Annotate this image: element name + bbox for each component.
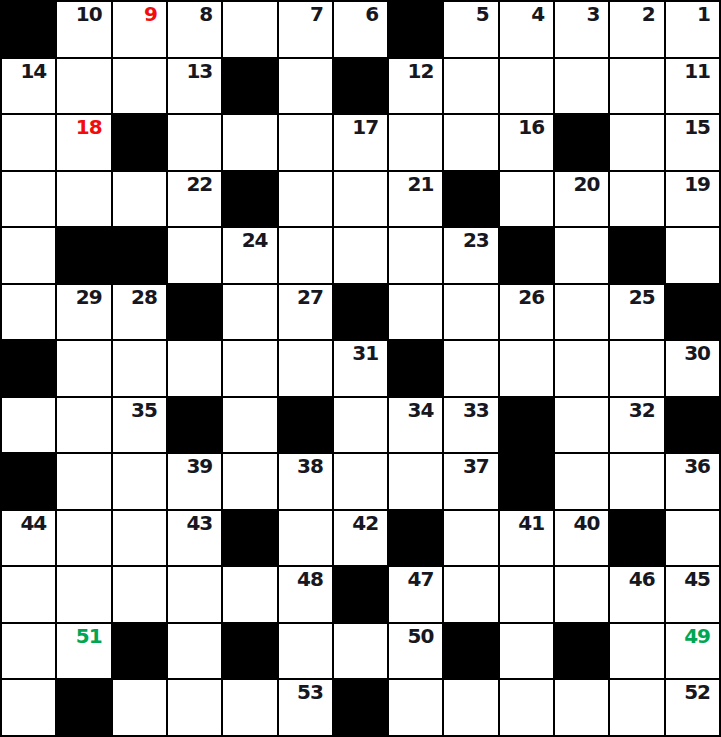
clue-number: 14	[20, 60, 46, 82]
clue-number: 2	[642, 3, 655, 25]
clue-number: 28	[131, 286, 157, 308]
letter-cell[interactable]	[223, 680, 276, 735]
blocked-cell	[334, 680, 387, 735]
clue-number: 17	[352, 116, 378, 138]
letter-cell[interactable]: 30	[666, 341, 719, 396]
blocked-cell	[2, 2, 55, 57]
letter-cell[interactable]: 51	[57, 624, 110, 679]
letter-cell[interactable]	[2, 172, 55, 227]
letter-cell[interactable]	[389, 285, 442, 340]
letter-cell[interactable]	[223, 115, 276, 170]
blocked-cell	[500, 398, 553, 453]
clue-number: 32	[629, 399, 655, 421]
blocked-cell	[113, 228, 166, 283]
letter-cell[interactable]	[555, 454, 608, 509]
letter-cell[interactable]: 21	[389, 172, 442, 227]
letter-cell[interactable]	[113, 567, 166, 622]
letter-cell[interactable]: 18	[57, 115, 110, 170]
letter-cell[interactable]: 46	[610, 567, 663, 622]
letter-cell[interactable]: 20	[555, 172, 608, 227]
letter-cell[interactable]: 28	[113, 285, 166, 340]
letter-cell[interactable]	[610, 172, 663, 227]
blocked-cell	[2, 454, 55, 509]
letter-cell[interactable]: 36	[666, 454, 719, 509]
letter-cell[interactable]	[113, 172, 166, 227]
letter-cell[interactable]	[113, 511, 166, 566]
clue-number: 33	[463, 399, 489, 421]
blocked-cell	[223, 511, 276, 566]
clue-number: 27	[297, 286, 323, 308]
letter-cell[interactable]: 24	[223, 228, 276, 283]
letter-cell[interactable]	[168, 228, 221, 283]
letter-cell[interactable]: 10	[57, 2, 110, 57]
letter-cell[interactable]	[334, 172, 387, 227]
letter-cell[interactable]	[500, 59, 553, 114]
letter-cell[interactable]	[279, 172, 332, 227]
letter-cell[interactable]	[666, 228, 719, 283]
letter-cell[interactable]	[334, 624, 387, 679]
letter-cell[interactable]	[2, 398, 55, 453]
letter-cell[interactable]	[113, 59, 166, 114]
clue-number: 15	[684, 116, 710, 138]
letter-cell[interactable]	[500, 680, 553, 735]
letter-cell[interactable]	[223, 567, 276, 622]
letter-cell[interactable]: 11	[666, 59, 719, 114]
clue-number: 34	[408, 399, 434, 421]
letter-cell[interactable]	[444, 59, 497, 114]
blocked-cell	[610, 511, 663, 566]
letter-cell[interactable]	[610, 624, 663, 679]
letter-cell[interactable]	[444, 567, 497, 622]
clue-number: 50	[408, 625, 434, 647]
clue-number: 11	[684, 60, 710, 82]
letter-cell[interactable]	[666, 511, 719, 566]
letter-cell[interactable]	[168, 115, 221, 170]
blocked-cell	[555, 115, 608, 170]
letter-cell[interactable]	[2, 624, 55, 679]
letter-cell[interactable]	[279, 341, 332, 396]
clue-number: 10	[76, 3, 102, 25]
blocked-cell	[500, 454, 553, 509]
letter-cell[interactable]: 27	[279, 285, 332, 340]
letter-cell[interactable]	[389, 680, 442, 735]
letter-cell[interactable]: 3	[555, 2, 608, 57]
letter-cell[interactable]: 26	[500, 285, 553, 340]
letter-cell[interactable]	[444, 511, 497, 566]
blocked-cell	[223, 172, 276, 227]
letter-cell[interactable]	[279, 115, 332, 170]
letter-cell[interactable]	[610, 59, 663, 114]
letter-cell[interactable]: 40	[555, 511, 608, 566]
letter-cell[interactable]	[57, 59, 110, 114]
letter-cell[interactable]	[2, 680, 55, 735]
letter-cell[interactable]	[113, 680, 166, 735]
clue-number: 24	[242, 229, 268, 251]
clue-number: 1	[697, 3, 710, 25]
clue-number: 8	[199, 3, 212, 25]
letter-cell[interactable]	[223, 341, 276, 396]
letter-cell[interactable]: 39	[168, 454, 221, 509]
letter-cell[interactable]: 38	[279, 454, 332, 509]
blocked-cell	[168, 285, 221, 340]
blocked-cell	[2, 341, 55, 396]
letter-cell[interactable]: 31	[334, 341, 387, 396]
letter-cell[interactable]	[113, 454, 166, 509]
letter-cell[interactable]: 13	[168, 59, 221, 114]
letter-cell[interactable]	[500, 172, 553, 227]
letter-cell[interactable]: 50	[389, 624, 442, 679]
letter-cell[interactable]: 45	[666, 567, 719, 622]
clue-number: 4	[531, 3, 544, 25]
blocked-cell	[334, 285, 387, 340]
clue-number: 41	[518, 512, 544, 534]
clue-number: 9	[144, 3, 157, 25]
clue-number: 19	[684, 173, 710, 195]
letter-cell[interactable]: 49	[666, 624, 719, 679]
letter-cell[interactable]	[610, 341, 663, 396]
letter-cell[interactable]: 25	[610, 285, 663, 340]
letter-cell[interactable]	[57, 454, 110, 509]
letter-cell[interactable]: 12	[389, 59, 442, 114]
blocked-cell	[444, 172, 497, 227]
letter-cell[interactable]	[2, 228, 55, 283]
blocked-cell	[57, 228, 110, 283]
clue-number: 6	[365, 3, 378, 25]
letter-cell[interactable]	[555, 567, 608, 622]
letter-cell[interactable]	[168, 567, 221, 622]
letter-cell[interactable]	[57, 511, 110, 566]
clue-number: 37	[463, 455, 489, 477]
clue-number: 31	[352, 342, 378, 364]
blocked-cell	[389, 341, 442, 396]
letter-cell[interactable]: 17	[334, 115, 387, 170]
blocked-cell	[168, 398, 221, 453]
blocked-cell	[500, 228, 553, 283]
letter-cell[interactable]: 41	[500, 511, 553, 566]
blocked-cell	[334, 567, 387, 622]
letter-cell[interactable]: 29	[57, 285, 110, 340]
letter-cell[interactable]	[2, 285, 55, 340]
blocked-cell	[666, 398, 719, 453]
letter-cell[interactable]: 5	[444, 2, 497, 57]
clue-number: 52	[684, 681, 710, 703]
letter-cell[interactable]: 19	[666, 172, 719, 227]
letter-cell[interactable]: 7	[279, 2, 332, 57]
letter-cell[interactable]	[444, 341, 497, 396]
letter-cell[interactable]	[168, 680, 221, 735]
letter-cell[interactable]: 42	[334, 511, 387, 566]
letter-cell[interactable]: 34	[389, 398, 442, 453]
clue-number: 22	[186, 173, 212, 195]
clue-number: 30	[684, 342, 710, 364]
clue-number: 21	[408, 173, 434, 195]
letter-cell[interactable]: 2	[610, 2, 663, 57]
clue-number: 53	[297, 681, 323, 703]
clue-number: 20	[574, 173, 600, 195]
letter-cell[interactable]: 52	[666, 680, 719, 735]
letter-cell[interactable]: 9	[113, 2, 166, 57]
letter-cell[interactable]: 15	[666, 115, 719, 170]
letter-cell[interactable]	[444, 680, 497, 735]
letter-cell[interactable]	[444, 285, 497, 340]
letter-cell[interactable]	[223, 398, 276, 453]
letter-cell[interactable]: 44	[2, 511, 55, 566]
clue-number: 13	[186, 60, 212, 82]
letter-cell[interactable]	[113, 341, 166, 396]
letter-cell[interactable]	[2, 567, 55, 622]
blocked-cell	[389, 2, 442, 57]
letter-cell[interactable]	[500, 567, 553, 622]
letter-cell[interactable]	[334, 454, 387, 509]
clue-number: 46	[629, 568, 655, 590]
blocked-cell	[389, 511, 442, 566]
clue-number: 7	[310, 3, 323, 25]
letter-cell[interactable]	[2, 115, 55, 170]
letter-cell[interactable]: 1	[666, 2, 719, 57]
clue-number: 51	[76, 625, 102, 647]
letter-cell[interactable]	[279, 59, 332, 114]
clue-number: 26	[518, 286, 544, 308]
letter-cell[interactable]	[555, 228, 608, 283]
letter-cell[interactable]	[500, 624, 553, 679]
clue-number: 5	[476, 3, 489, 25]
letter-cell[interactable]: 16	[500, 115, 553, 170]
letter-cell[interactable]: 14	[2, 59, 55, 114]
blocked-cell	[444, 624, 497, 679]
blocked-cell	[57, 680, 110, 735]
clue-number: 38	[297, 455, 323, 477]
letter-cell[interactable]: 35	[113, 398, 166, 453]
blocked-cell	[113, 115, 166, 170]
letter-cell[interactable]	[168, 624, 221, 679]
clue-number: 42	[352, 512, 378, 534]
letter-cell[interactable]: 4	[500, 2, 553, 57]
letter-cell[interactable]	[389, 454, 442, 509]
letter-cell[interactable]	[334, 228, 387, 283]
letter-cell[interactable]	[555, 59, 608, 114]
letter-cell[interactable]	[610, 680, 663, 735]
letter-cell[interactable]	[555, 398, 608, 453]
letter-cell[interactable]	[334, 398, 387, 453]
letter-cell[interactable]	[610, 454, 663, 509]
letter-cell[interactable]: 37	[444, 454, 497, 509]
clue-number: 3	[586, 3, 599, 25]
clue-number: 12	[408, 60, 434, 82]
letter-cell[interactable]	[57, 398, 110, 453]
blocked-cell	[113, 624, 166, 679]
letter-cell[interactable]	[500, 341, 553, 396]
blocked-cell	[223, 624, 276, 679]
letter-cell[interactable]	[57, 341, 110, 396]
letter-cell[interactable]	[389, 228, 442, 283]
clue-number: 35	[131, 399, 157, 421]
letter-cell[interactable]: 47	[389, 567, 442, 622]
letter-cell[interactable]	[168, 341, 221, 396]
letter-cell[interactable]	[223, 2, 276, 57]
clue-number: 47	[408, 568, 434, 590]
letter-cell[interactable]	[223, 285, 276, 340]
blocked-cell	[555, 624, 608, 679]
blocked-cell	[334, 59, 387, 114]
letter-cell[interactable]	[57, 567, 110, 622]
clue-number: 48	[297, 568, 323, 590]
letter-cell[interactable]	[279, 511, 332, 566]
letter-cell[interactable]	[555, 341, 608, 396]
clue-number: 43	[186, 512, 212, 534]
letter-cell[interactable]: 43	[168, 511, 221, 566]
clue-number: 36	[684, 455, 710, 477]
letter-cell[interactable]: 48	[279, 567, 332, 622]
clue-number: 40	[574, 512, 600, 534]
clue-number: 49	[684, 625, 710, 647]
clue-number: 18	[76, 116, 102, 138]
clue-number: 39	[186, 455, 212, 477]
clue-number: 44	[20, 512, 46, 534]
letter-cell[interactable]	[223, 454, 276, 509]
letter-cell[interactable]: 33	[444, 398, 497, 453]
letter-cell[interactable]	[57, 172, 110, 227]
letter-cell[interactable]: 8	[168, 2, 221, 57]
blocked-cell	[223, 59, 276, 114]
clue-number: 25	[629, 286, 655, 308]
clue-number: 29	[76, 286, 102, 308]
blocked-cell	[279, 398, 332, 453]
clue-number: 23	[463, 229, 489, 251]
clue-number: 45	[684, 568, 710, 590]
clue-number: 16	[518, 116, 544, 138]
letter-cell[interactable]: 6	[334, 2, 387, 57]
letter-cell[interactable]	[389, 115, 442, 170]
crossword-grid: 1098765432114131211181716152221201924232…	[0, 0, 721, 737]
letter-cell[interactable]	[279, 624, 332, 679]
letter-cell[interactable]: 32	[610, 398, 663, 453]
letter-cell[interactable]: 23	[444, 228, 497, 283]
letter-cell[interactable]: 22	[168, 172, 221, 227]
letter-cell[interactable]: 53	[279, 680, 332, 735]
blocked-cell	[666, 285, 719, 340]
letter-cell[interactable]	[555, 680, 608, 735]
letter-cell[interactable]	[444, 115, 497, 170]
blocked-cell	[610, 228, 663, 283]
letter-cell[interactable]	[555, 285, 608, 340]
letter-cell[interactable]	[279, 228, 332, 283]
letter-cell[interactable]	[610, 115, 663, 170]
